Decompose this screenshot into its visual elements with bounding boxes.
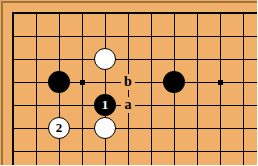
point-H14 (163, 117, 186, 140)
point-J19 (186, 2, 209, 25)
grid-line-v (220, 140, 221, 166)
grid-line-v (197, 140, 198, 166)
point-A15 (2, 94, 25, 117)
point-H16 (163, 71, 186, 94)
point-E14 (94, 117, 117, 140)
point-E13 (94, 140, 117, 163)
point-H19 (163, 2, 186, 25)
grid-line-v (59, 25, 60, 48)
point-G15 (140, 94, 163, 117)
point-K13 (209, 140, 232, 163)
grid-line-v (197, 48, 198, 71)
point-D19 (71, 2, 94, 25)
point-G18 (140, 25, 163, 48)
grid-line-v (151, 48, 152, 71)
grid-line-v (36, 25, 37, 48)
point-J16 (186, 71, 209, 94)
grid-line-v (174, 140, 175, 166)
point-L18 (232, 25, 255, 48)
point-L13 (232, 140, 255, 163)
point-H15 (163, 94, 186, 117)
point-B19 (25, 2, 48, 25)
point-A17 (2, 48, 25, 71)
grid-line-v (82, 25, 83, 48)
point-A13 (2, 140, 25, 163)
point-J15 (186, 94, 209, 117)
point-C18 (48, 25, 71, 48)
point-J14 (186, 117, 209, 140)
grid-line-v (151, 12, 152, 25)
point-D13 (71, 140, 94, 163)
point-L16 (232, 71, 255, 94)
point-B17 (25, 48, 48, 71)
grid-line-v (243, 71, 244, 94)
point-K17 (209, 48, 232, 71)
grid-line-v (82, 48, 83, 71)
point-C14: 2 (48, 117, 71, 140)
point-C19 (48, 2, 71, 25)
grid-line-v (220, 48, 221, 71)
star-point (80, 80, 85, 85)
grid-line-v (59, 12, 60, 25)
grid-line-v (174, 94, 175, 117)
star-point (218, 80, 223, 85)
point-A18 (2, 25, 25, 48)
point-A14 (2, 117, 25, 140)
grid-line-v (105, 140, 106, 166)
point-B14 (25, 117, 48, 140)
point-L15 (232, 94, 255, 117)
grid-line-v (12, 71, 14, 94)
grid-line-v (243, 140, 244, 166)
point-B18 (25, 25, 48, 48)
point-B16 (25, 71, 48, 94)
point-B15 (25, 94, 48, 117)
grid-line-v (174, 48, 175, 71)
point-E19 (94, 2, 117, 25)
black-stone (48, 71, 70, 93)
grid-line-v (243, 48, 244, 71)
point-F17 (117, 48, 140, 71)
point-C16 (48, 71, 71, 94)
point-E17 (94, 48, 117, 71)
point-C17 (48, 48, 71, 71)
grid-line-v (59, 48, 60, 71)
grid-line-v (105, 71, 106, 94)
point-G17 (140, 48, 163, 71)
point-J13 (186, 140, 209, 163)
white-stone (94, 48, 116, 70)
grid-line-h (232, 82, 258, 83)
grid-line-v (220, 94, 221, 117)
point-K19 (209, 2, 232, 25)
grid-line-v (12, 94, 14, 117)
point-L14 (232, 117, 255, 140)
point-J17 (186, 48, 209, 71)
point-K18 (209, 25, 232, 48)
white-stone-move-2: 2 (48, 117, 70, 139)
point-D14 (71, 117, 94, 140)
grid-line-v (36, 140, 37, 166)
grid-line-v (12, 140, 14, 166)
point-F14 (117, 117, 140, 140)
go-board-diagram: b1a2 (0, 0, 257, 165)
point-H18 (163, 25, 186, 48)
grid-line-v (243, 117, 244, 140)
point-L17 (232, 48, 255, 71)
grid-line-v (128, 25, 129, 48)
point-A16 (2, 71, 25, 94)
point-G13 (140, 140, 163, 163)
grid-line-h (232, 59, 258, 60)
grid-line-v (151, 140, 152, 166)
grid-line-v (128, 140, 129, 166)
grid-line-v (174, 25, 175, 48)
grid-line-h (232, 12, 258, 14)
point-G16 (140, 71, 163, 94)
grid-line-v (105, 12, 106, 25)
point-D15 (71, 94, 94, 117)
grid-line-v (197, 25, 198, 48)
grid-line-v (243, 12, 244, 25)
grid-line-v (174, 12, 175, 25)
grid-line-h (232, 36, 258, 37)
grid-line-v (82, 12, 83, 25)
grid-line-v (151, 94, 152, 117)
grid-line-v (12, 12, 14, 25)
grid-line-v (36, 12, 37, 25)
grid-line-h (232, 128, 258, 129)
point-F13 (117, 140, 140, 163)
point-E16 (94, 71, 117, 94)
grid-line-v (220, 12, 221, 25)
grid-line-v (128, 117, 129, 140)
label-b: b (121, 74, 135, 90)
grid-line-v (82, 140, 83, 166)
point-F18 (117, 25, 140, 48)
black-stone-move-1: 1 (94, 94, 116, 116)
grid-line-v (220, 25, 221, 48)
point-L19 (232, 2, 255, 25)
grid-line-v (36, 117, 37, 140)
grid-line-v (197, 117, 198, 140)
grid-line-v (151, 71, 152, 94)
point-D16 (71, 71, 94, 94)
grid-line-h (232, 151, 258, 152)
grid-line-v (12, 48, 14, 71)
point-B13 (25, 140, 48, 163)
point-H13 (163, 140, 186, 163)
grid-line-v (243, 94, 244, 117)
board-grid: b1a2 (2, 2, 255, 163)
point-C15 (48, 94, 71, 117)
point-K15 (209, 94, 232, 117)
grid-line-v (59, 140, 60, 166)
grid-line-v (128, 12, 129, 25)
grid-line-v (82, 117, 83, 140)
point-G19 (140, 2, 163, 25)
point-C13 (48, 140, 71, 163)
grid-line-v (128, 48, 129, 71)
point-A19 (2, 2, 25, 25)
point-K16 (209, 71, 232, 94)
grid-line-v (174, 117, 175, 140)
point-F19 (117, 2, 140, 25)
grid-line-v (197, 94, 198, 117)
grid-line-v (12, 117, 14, 140)
grid-line-v (36, 94, 37, 117)
grid-line-v (105, 25, 106, 48)
point-G14 (140, 117, 163, 140)
grid-line-v (59, 94, 60, 117)
grid-line-v (82, 94, 83, 117)
point-J18 (186, 25, 209, 48)
point-E15: 1 (94, 94, 117, 117)
grid-line-v (197, 71, 198, 94)
point-F15: a (117, 94, 140, 117)
point-K14 (209, 117, 232, 140)
point-D17 (71, 48, 94, 71)
point-D18 (71, 25, 94, 48)
grid-line-v (12, 25, 14, 48)
black-stone (163, 71, 185, 93)
label-a: a (121, 97, 135, 113)
point-H17 (163, 48, 186, 71)
white-stone (94, 117, 116, 139)
grid-line-v (197, 12, 198, 25)
grid-line-v (220, 117, 221, 140)
grid-line-v (151, 25, 152, 48)
grid-line-v (151, 117, 152, 140)
point-E18 (94, 25, 117, 48)
point-F16: b (117, 71, 140, 94)
grid-line-v (36, 71, 37, 94)
grid-line-h (232, 105, 258, 106)
grid-line-v (36, 48, 37, 71)
grid-line-v (243, 25, 244, 48)
